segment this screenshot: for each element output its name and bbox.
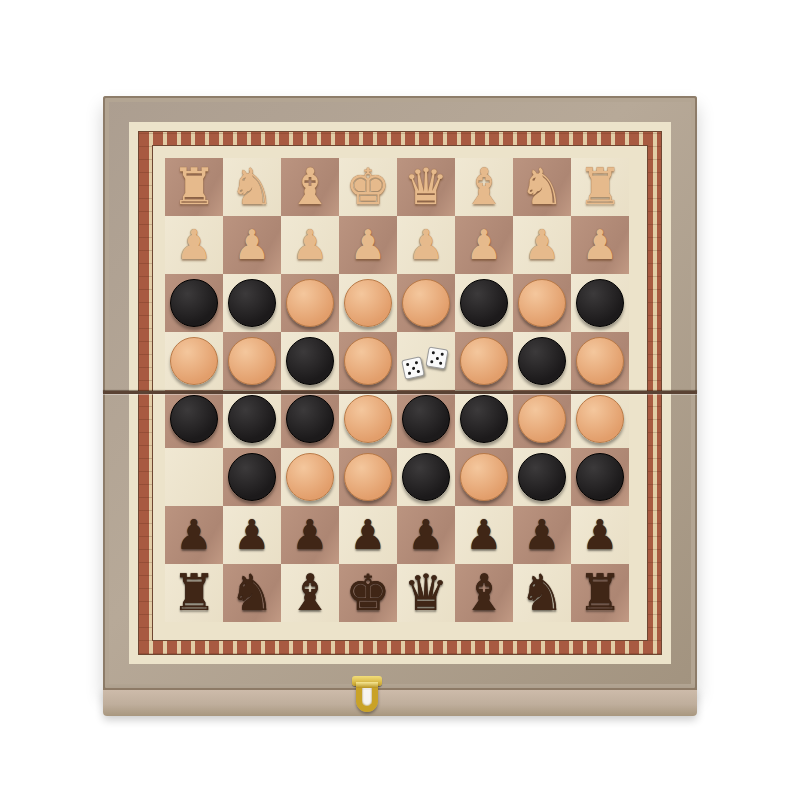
square-c7[interactable]: ♟ bbox=[281, 216, 339, 274]
clasp-loop bbox=[356, 682, 378, 712]
light-rook[interactable]: ♜ bbox=[578, 162, 623, 212]
light-pawn[interactable]: ♟ bbox=[176, 225, 213, 266]
checker-black[interactable] bbox=[460, 395, 508, 443]
light-bishop[interactable]: ♝ bbox=[288, 162, 333, 212]
checker-light[interactable] bbox=[460, 453, 508, 501]
square-c1[interactable]: ♝ bbox=[281, 564, 339, 622]
square-e7[interactable]: ♟ bbox=[397, 216, 455, 274]
square-b3[interactable] bbox=[223, 448, 281, 506]
fold-hinge-line bbox=[103, 391, 697, 394]
light-bishop[interactable]: ♝ bbox=[462, 162, 507, 212]
square-b7[interactable]: ♟ bbox=[223, 216, 281, 274]
square-g7[interactable]: ♟ bbox=[513, 216, 571, 274]
square-g6[interactable] bbox=[513, 274, 571, 332]
square-h7[interactable]: ♟ bbox=[571, 216, 629, 274]
square-g2[interactable]: ♟ bbox=[513, 506, 571, 564]
light-pawn[interactable]: ♟ bbox=[582, 225, 619, 266]
checker-black[interactable] bbox=[576, 453, 624, 501]
square-a2[interactable]: ♟ bbox=[165, 506, 223, 564]
square-d1[interactable]: ♚ bbox=[339, 564, 397, 622]
square-c4[interactable] bbox=[281, 390, 339, 448]
dark-pawn[interactable]: ♟ bbox=[350, 515, 387, 556]
square-e6[interactable] bbox=[397, 274, 455, 332]
square-g3[interactable] bbox=[513, 448, 571, 506]
square-f7[interactable]: ♟ bbox=[455, 216, 513, 274]
dark-pawn[interactable]: ♟ bbox=[292, 515, 329, 556]
square-e8[interactable]: ♛ bbox=[397, 158, 455, 216]
square-d4[interactable] bbox=[339, 390, 397, 448]
dark-knight[interactable]: ♞ bbox=[520, 568, 565, 618]
light-pawn[interactable]: ♟ bbox=[408, 225, 445, 266]
square-b1[interactable]: ♞ bbox=[223, 564, 281, 622]
light-knight[interactable]: ♞ bbox=[520, 162, 565, 212]
checker-light[interactable] bbox=[228, 337, 276, 385]
light-rook[interactable]: ♜ bbox=[172, 162, 217, 212]
square-c2[interactable]: ♟ bbox=[281, 506, 339, 564]
square-h8[interactable]: ♜ bbox=[571, 158, 629, 216]
square-e1[interactable]: ♛ bbox=[397, 564, 455, 622]
square-c6[interactable] bbox=[281, 274, 339, 332]
square-c8[interactable]: ♝ bbox=[281, 158, 339, 216]
square-b6[interactable] bbox=[223, 274, 281, 332]
checker-black[interactable] bbox=[518, 453, 566, 501]
square-d8[interactable]: ♚ bbox=[339, 158, 397, 216]
box-side-edge bbox=[103, 688, 697, 716]
light-king[interactable]: ♚ bbox=[346, 162, 391, 212]
checker-black[interactable] bbox=[576, 279, 624, 327]
light-pawn[interactable]: ♟ bbox=[292, 225, 329, 266]
checker-light[interactable] bbox=[576, 395, 624, 443]
dark-pawn[interactable]: ♟ bbox=[524, 515, 561, 556]
board-grid: ♜♞♝♚♛♝♞♜♟♟♟♟♟♟♟♟♟♟♟♟♟♟♟♟♜♞♝♚♛♝♞♜ bbox=[165, 158, 629, 622]
square-b4[interactable] bbox=[223, 390, 281, 448]
light-pawn[interactable]: ♟ bbox=[524, 225, 561, 266]
checker-black[interactable] bbox=[170, 279, 218, 327]
square-b5[interactable] bbox=[223, 332, 281, 390]
square-d2[interactable]: ♟ bbox=[339, 506, 397, 564]
checker-light[interactable] bbox=[402, 279, 450, 327]
square-h3[interactable] bbox=[571, 448, 629, 506]
square-e2[interactable]: ♟ bbox=[397, 506, 455, 564]
square-f5[interactable] bbox=[455, 332, 513, 390]
square-d3[interactable] bbox=[339, 448, 397, 506]
light-queen[interactable]: ♛ bbox=[404, 162, 449, 212]
checker-black[interactable] bbox=[286, 337, 334, 385]
square-f3[interactable] bbox=[455, 448, 513, 506]
square-f8[interactable]: ♝ bbox=[455, 158, 513, 216]
square-h2[interactable]: ♟ bbox=[571, 506, 629, 564]
checker-light[interactable] bbox=[286, 279, 334, 327]
square-a4[interactable] bbox=[165, 390, 223, 448]
square-e3[interactable] bbox=[397, 448, 455, 506]
square-a1[interactable]: ♜ bbox=[165, 564, 223, 622]
square-f6[interactable] bbox=[455, 274, 513, 332]
checker-light[interactable] bbox=[170, 337, 218, 385]
square-a3[interactable] bbox=[165, 448, 223, 506]
checker-light[interactable] bbox=[518, 395, 566, 443]
square-c3[interactable] bbox=[281, 448, 339, 506]
checker-black[interactable] bbox=[460, 279, 508, 327]
square-a8[interactable]: ♜ bbox=[165, 158, 223, 216]
checker-light[interactable] bbox=[344, 395, 392, 443]
square-h1[interactable]: ♜ bbox=[571, 564, 629, 622]
dark-pawn[interactable]: ♟ bbox=[466, 515, 503, 556]
square-d6[interactable] bbox=[339, 274, 397, 332]
checker-black[interactable] bbox=[402, 453, 450, 501]
square-f1[interactable]: ♝ bbox=[455, 564, 513, 622]
dark-pawn[interactable]: ♟ bbox=[408, 515, 445, 556]
dark-bishop[interactable]: ♝ bbox=[462, 568, 507, 618]
square-d5[interactable] bbox=[339, 332, 397, 390]
square-a7[interactable]: ♟ bbox=[165, 216, 223, 274]
square-c5[interactable] bbox=[281, 332, 339, 390]
board-frame: ♜♞♝♚♛♝♞♜♟♟♟♟♟♟♟♟♟♟♟♟♟♟♟♟♜♞♝♚♛♝♞♜ bbox=[103, 96, 697, 690]
square-f4[interactable] bbox=[455, 390, 513, 448]
square-g4[interactable] bbox=[513, 390, 571, 448]
square-b8[interactable]: ♞ bbox=[223, 158, 281, 216]
dark-pawn[interactable]: ♟ bbox=[582, 515, 619, 556]
checker-black[interactable] bbox=[170, 395, 218, 443]
square-f2[interactable]: ♟ bbox=[455, 506, 513, 564]
brass-clasp-latch bbox=[350, 676, 384, 720]
dark-pawn[interactable]: ♟ bbox=[176, 515, 213, 556]
square-a5[interactable] bbox=[165, 332, 223, 390]
checker-black[interactable] bbox=[518, 337, 566, 385]
checker-black[interactable] bbox=[402, 395, 450, 443]
checker-light[interactable] bbox=[460, 337, 508, 385]
dark-rook[interactable]: ♜ bbox=[172, 568, 217, 618]
square-g5[interactable] bbox=[513, 332, 571, 390]
checker-light[interactable] bbox=[344, 279, 392, 327]
checker-light[interactable] bbox=[576, 337, 624, 385]
square-e5[interactable] bbox=[397, 332, 455, 390]
square-g1[interactable]: ♞ bbox=[513, 564, 571, 622]
checker-light[interactable] bbox=[344, 453, 392, 501]
square-b2[interactable]: ♟ bbox=[223, 506, 281, 564]
checker-black[interactable] bbox=[228, 395, 276, 443]
dark-queen[interactable]: ♛ bbox=[404, 568, 449, 618]
square-d7[interactable]: ♟ bbox=[339, 216, 397, 274]
checker-light[interactable] bbox=[518, 279, 566, 327]
square-h6[interactable] bbox=[571, 274, 629, 332]
square-a6[interactable] bbox=[165, 274, 223, 332]
dark-bishop[interactable]: ♝ bbox=[288, 568, 333, 618]
square-h5[interactable] bbox=[571, 332, 629, 390]
light-pawn[interactable]: ♟ bbox=[350, 225, 387, 266]
checker-black[interactable] bbox=[228, 453, 276, 501]
dark-king[interactable]: ♚ bbox=[346, 568, 391, 618]
checker-light[interactable] bbox=[286, 453, 334, 501]
square-e4[interactable] bbox=[397, 390, 455, 448]
square-g8[interactable]: ♞ bbox=[513, 158, 571, 216]
light-knight[interactable]: ♞ bbox=[230, 162, 275, 212]
checker-black[interactable] bbox=[286, 395, 334, 443]
checker-light[interactable] bbox=[344, 337, 392, 385]
light-pawn[interactable]: ♟ bbox=[234, 225, 271, 266]
product-photo-scene: ♜♞♝♚♛♝♞♜♟♟♟♟♟♟♟♟♟♟♟♟♟♟♟♟♜♞♝♚♛♝♞♜ bbox=[0, 0, 800, 800]
checker-black[interactable] bbox=[228, 279, 276, 327]
dark-knight[interactable]: ♞ bbox=[230, 568, 275, 618]
dark-rook[interactable]: ♜ bbox=[578, 568, 623, 618]
square-h4[interactable] bbox=[571, 390, 629, 448]
light-pawn[interactable]: ♟ bbox=[466, 225, 503, 266]
dark-pawn[interactable]: ♟ bbox=[234, 515, 271, 556]
